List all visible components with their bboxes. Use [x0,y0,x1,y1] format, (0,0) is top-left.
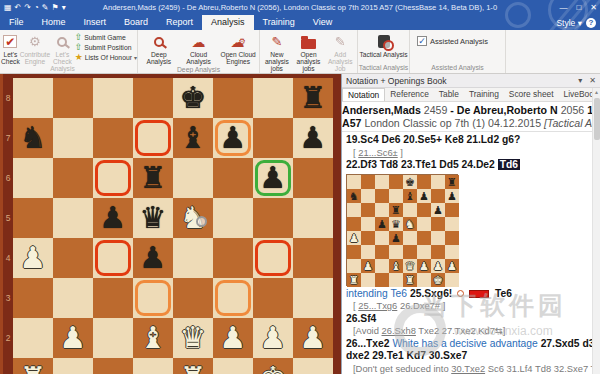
square-e8: ♚ [403,175,417,189]
submit-position-button[interactable]: ⇧Submit Position [75,43,137,52]
notation-line-10: [Don't get seduced into 30.Txe2 Sc6 31.L… [346,363,593,374]
text-segment: intending Te6 [346,288,407,299]
square-f5 [417,217,431,231]
piece-black-pawn-f7: ♟ [417,189,431,203]
new-analysis-jobs-button[interactable]: ✎New analysis jobs [261,32,293,73]
square-c5: ♟ [375,217,389,231]
highlight-orange-f3 [215,280,251,316]
ribbon-group-label: Tactical Analysis [358,63,409,73]
piece-white-pawn-a4[interactable]: ♟ [13,238,53,278]
button-label: New analysis jobs [261,51,293,73]
notation-moves: 19.Sc4 De6 20.Se5+ Ke8 21.Ld2 g6?[ 21...… [346,134,593,374]
square-h8[interactable]: ♜ [293,78,333,118]
square-h8: ♜ [445,175,459,189]
maximize-button[interactable]: □ [576,0,581,15]
square-g2[interactable]: ♟ [253,318,293,358]
square-a4: ♟ [347,231,361,245]
chevron-down-icon[interactable]: ▾ [578,76,582,85]
square-a6[interactable] [13,158,53,198]
mini-diagram: ♚♜♞♝♟♟♜♟♟♛♞♟♟♟♝♛♟♟♟♜♜♚ [346,174,458,286]
square-h5 [445,217,459,231]
square-g4[interactable] [253,238,293,278]
highlight-red-g4 [255,240,291,276]
piece-black-pawn-h7[interactable]: ♟ [293,118,333,158]
square-b7 [361,189,375,203]
notation-line-5: [ 25...Txg6 26.Dxe7# ] [346,300,593,313]
button-label: Deep Analysis [139,51,179,65]
text-segment[interactable]: Te6 [492,288,512,299]
square-c7[interactable] [93,118,133,158]
tab-board[interactable]: Board [115,15,157,30]
square-f2[interactable]: ♟ [213,318,253,358]
piece-black-bishop-e7[interactable]: ♝ [173,118,213,158]
square-b8 [361,175,375,189]
piece-white-knight-e5[interactable]: ♞ [173,198,213,238]
button-label: Let's Check [1,51,20,65]
tab-view[interactable]: View [304,15,341,30]
square-b8[interactable] [53,78,93,118]
text-segment: De Abreu,Roberto N [457,104,561,116]
piece-black-king-e8[interactable]: ♚ [173,78,213,118]
square-a1[interactable]: ♜ [13,358,53,374]
piece-black-rook-d6[interactable]: ♜ [133,158,173,198]
cloud-analysis-button[interactable]: ☁Cloud Analysis [179,32,219,65]
close-button[interactable]: ✕ [590,0,597,15]
text-segment[interactable]: 22.Df3 Td8 23.Tfe1 Dd5 24.De2 [346,159,498,170]
piece-black-rook-h8[interactable]: ♜ [293,78,333,118]
text-segment: Andersen,Mads [342,104,424,116]
game-players: Andersen,Mads 2459 - De Abreu,Roberto N … [342,104,593,117]
tab-home[interactable]: Home [33,15,75,30]
square-f7: ♟ [417,189,431,203]
notation-tab-score-sheet[interactable]: Score sheet [504,88,559,101]
square-c3[interactable] [93,278,133,318]
square-g2: ♟ [431,259,445,273]
gear-icon: ⚙ [239,37,246,46]
square-g3[interactable] [253,278,293,318]
square-f8 [417,175,431,189]
text-segment: Sc6 31.Lf4 Td8 32.Sxe7 Te8] [485,363,593,374]
square-b7[interactable] [53,118,93,158]
rank-label-5: 5 [3,198,13,238]
button-label: Let's Check Analysis [50,51,75,73]
square-a8 [347,175,361,189]
square-c2[interactable] [93,318,133,358]
piece-white-pawn-g2: ♟ [431,259,445,273]
square-e3[interactable] [173,278,213,318]
square-h7[interactable]: ♟ [293,118,333,158]
square-a3[interactable] [13,278,53,318]
tactical-analysis-button[interactable]: Tactical Analysis [359,32,408,58]
square-c1[interactable] [93,358,133,374]
rank-label-2: 2 [3,318,13,358]
button-label: Open Cloud Engines [218,51,258,65]
add-analysis-job-icon: ✎ [335,34,346,49]
tactical-analysis-icon [378,35,390,48]
rank-label-7: 7 [3,118,13,158]
text-segment[interactable]: 26...Txe2 [346,338,392,349]
let-s-check-button[interactable]: ✔Let's Check [1,32,20,65]
notation-tab-training[interactable]: Training [464,88,504,101]
highlight-red-c6 [95,160,131,196]
chevron-down-icon: ▾ [134,54,137,61]
square-d7 [389,189,403,203]
highlight-red-c4 [95,240,131,276]
piece-white-king-g1: ♚ [431,273,445,287]
square-h3[interactable] [293,278,333,318]
piece-white-pawn-f2: ♟ [417,259,431,273]
square-d4[interactable]: ♟ [133,238,173,278]
square-d8[interactable] [133,78,173,118]
square-g5 [431,217,445,231]
checkbox-label: Assisted Analysis [430,37,488,46]
rank-labels: 87654321 [3,78,13,374]
notation-line-4: intending Te6 25.Sxg6! Te6 [346,288,593,301]
square-a4[interactable]: ♟ [13,238,53,278]
deep-analysis-button[interactable]: Deep Analysis [139,32,179,65]
square-f3[interactable] [213,278,253,318]
notation-line-6: 26.Sf4 [346,313,593,326]
text-segment: A57 [342,117,364,129]
square-a7: ♞ [347,189,361,203]
board-panel: 87654321 ♚♜♞♝♟♟♜♟♟♛♞♟♟♟♝♛♟♟♟♜♜♚ [0,74,341,374]
title-bar-area: ▦↶↷◔✎⚑▾ Andersen,Mads (2459) - De Abreu,… [0,0,600,30]
notation-line-8: 26...Txe2 White has a decisive advantage… [346,338,593,351]
chess-board[interactable]: ♚♜♞♝♟♟♜♟♟♛♞♟♟♟♝♛♟♟♟♜♜♚ [13,78,333,374]
piece-white-pawn-f2[interactable]: ♟ [213,318,253,358]
button-label: Cloud Analysis [179,51,219,65]
piece-black-pawn-g6: ♟ [431,203,445,217]
piece-black-pawn-g6[interactable]: ♟ [253,158,293,198]
square-c6 [375,203,389,217]
current-move[interactable]: Td6 [498,159,520,170]
square-c7 [375,189,389,203]
white-circle-icon [457,290,464,297]
square-b5 [361,217,375,231]
piece-white-pawn-a4: ♟ [347,231,361,245]
ribbon-group-let-s-check: ✔Let's Check⚙Contribute EngineLet's Chec… [0,30,138,73]
notation-line-9: dxe2 29.Te1 Kd7 30.Sxe7 [346,350,593,363]
square-e5: ♞ [403,217,417,231]
square-e1[interactable]: ♜ [173,358,213,374]
piece-white-rook-e1[interactable]: ♜ [173,358,213,374]
variation-link[interactable]: 21...Sc6± [358,147,398,158]
lets-check-icon: ✔ [3,35,17,48]
rank-label-1: 1 [3,358,13,374]
tab-insert[interactable]: Insert [75,15,116,30]
square-g5[interactable] [253,198,293,238]
checkbox-icon: ✓ [417,36,427,46]
tab-file[interactable]: File [0,15,33,30]
rank-label-4: 4 [3,238,13,278]
red-bar-annotation [469,290,489,298]
piece-white-knight-e5: ♞ [403,217,417,231]
text-segment: London Classic op 7th (1) 04.12.2015 [364,117,544,129]
submit-position-icon: ⇧ [75,43,83,52]
square-e2: ♛ [403,259,417,273]
square-g8 [431,175,445,189]
piece-black-pawn-f7[interactable]: ♟ [213,118,253,158]
mouse-cursor [196,216,207,227]
square-b3 [361,245,375,259]
menu-right: Style ▾ ? [556,15,596,30]
chessbase-window: ▦↶↷◔✎⚑▾ Andersen,Mads (2459) - De Abreu,… [0,0,600,374]
square-c3 [375,245,389,259]
piece-black-bishop-e7: ♝ [403,189,417,203]
submit-game-button[interactable]: ⇧Submit Game [75,33,137,42]
square-c1 [375,273,389,287]
piece-white-rook-a1: ♜ [347,273,361,287]
lists-of-honour-button[interactable]: ★Lists Of Honour▾ [75,53,137,62]
square-a2[interactable] [13,318,53,358]
square-g3 [431,245,445,259]
notation-line-7: [Avoid 26.Sxh8 Txe2 27.Txe2 Kd7⇆] [346,325,593,338]
square-f6 [417,203,431,217]
square-d7[interactable] [133,118,173,158]
square-c5[interactable]: ♟ [93,198,133,238]
text-segment[interactable]: dxe2 29.Te1 Kd7 30.Sxe7 [346,350,467,361]
square-e6[interactable] [173,158,213,198]
piece-black-pawn-h7: ♟ [445,189,459,203]
tab-training[interactable]: Training [254,15,304,30]
square-g1[interactable]: ♚ [253,358,293,374]
submit-game-icon: ⇧ [75,33,83,42]
open-cloud-engines-button[interactable]: ☁⚙Open Cloud Engines [218,32,258,65]
highlight-red-d7 [135,120,171,156]
square-d5: ♛ [389,217,403,231]
piece-black-queen-d5[interactable]: ♛ [133,198,173,238]
button-label: Contribute Engine [20,51,50,65]
variation-link[interactable]: 30.Txe2 [451,363,485,374]
open-cloud-engines-icon: ☁⚙ [231,34,246,50]
square-a7[interactable]: ♞ [13,118,53,158]
square-h6[interactable] [293,158,333,198]
piece-black-knight-a7: ♞ [347,189,361,203]
square-d1 [389,273,403,287]
text-segment[interactable]: 27.Sxd5 d3 28.Txe2 [538,338,593,349]
piece-white-bishop-d2[interactable]: ♝ [133,318,173,358]
piece-black-pawn-d4: ♟ [389,231,403,245]
help-icon[interactable]: ? [586,18,596,28]
chevron-down-icon: ▾ [578,18,582,28]
square-e1: ♜ [403,273,417,287]
rank-label-3: 3 [3,278,13,318]
text-segment: - [447,104,456,116]
text-segment: 2459 [424,104,448,116]
ribbon-group-deep-analysis: Deep Analysis☁Cloud Analysis☁⚙Open Cloud… [138,30,260,73]
square-d3 [389,245,403,259]
square-c8 [375,175,389,189]
add-analysis-job-button: ✎Add Analysis Job [324,32,356,73]
square-g4 [431,231,445,245]
square-e3 [403,245,417,259]
piece-black-rook-h8: ♜ [445,175,459,189]
assisted-analysis-checkbox[interactable]: ✓Assisted Analysis [411,32,494,46]
text-segment: 26.Dxe7# ] [397,300,445,311]
open-analysis-jobs-button[interactable]: Open analysis jobs [293,32,325,73]
square-e2[interactable]: ♛ [173,318,213,358]
square-a8[interactable] [13,78,53,118]
notation-line-2: 22.Df3 Td8 23.Tfe1 Dd5 24.De2 Td6 [346,159,593,172]
text-segment[interactable]: 25.Sxg6! [407,288,455,299]
window-controls: —□✕ [559,0,597,15]
panel-title: Notation + Openings Book [346,76,571,86]
square-e8[interactable]: ♚ [173,78,213,118]
piece-black-knight-a7[interactable]: ♞ [13,118,53,158]
square-d6[interactable]: ♜ [133,158,173,198]
square-b1[interactable] [53,358,93,374]
square-g1: ♚ [431,273,445,287]
square-f6[interactable] [213,158,253,198]
notation-tabs: NotationReferenceTableTrainingScore shee… [342,88,600,102]
rank-label-8: 8 [3,78,13,118]
piece-white-king-g1[interactable]: ♚ [253,358,293,374]
square-g8[interactable] [253,78,293,118]
open-analysis-jobs-icon [301,39,316,49]
lets-check-analysis-icon [57,37,67,47]
square-e4 [403,231,417,245]
square-b4[interactable] [53,238,93,278]
square-c2 [375,259,389,273]
square-c6[interactable] [93,158,133,198]
square-d2[interactable]: ♝ [133,318,173,358]
square-e7[interactable]: ♝ [173,118,213,158]
square-f8[interactable] [213,78,253,118]
notation-line-1: [ 21...Sc6± ] [346,147,593,160]
square-g7[interactable] [253,118,293,158]
square-f2: ♟ [417,259,431,273]
tab-analysis[interactable]: Analysis [202,15,254,30]
square-b3[interactable] [53,278,93,318]
text-segment[interactable]: 26.Sf4 [346,313,376,324]
square-h4 [445,231,459,245]
ribbon-group-analysis-jobs: ✎New analysis jobsOpen analysis jobs✎Add… [260,30,358,73]
square-h3 [445,245,459,259]
piece-black-pawn-d4[interactable]: ♟ [133,238,173,278]
contribute-engine-button: ⚙Contribute Engine [20,32,50,65]
square-g6[interactable]: ♟ [253,158,293,198]
contribute-engine-icon: ⚙ [29,34,41,49]
square-g7 [431,189,445,203]
square-h1 [445,273,459,287]
square-d3[interactable] [133,278,173,318]
square-d6: ♜ [389,203,403,217]
text-segment: Txe2 27.Txe2 Kd7⇆] [416,325,506,336]
square-h2[interactable]: ♟ [293,318,333,358]
tab-report[interactable]: Report [157,15,202,30]
scrollbar-thumb[interactable] [594,98,600,140]
square-c4 [375,231,389,245]
square-f7[interactable]: ♟ [213,118,253,158]
square-e5[interactable]: ♞ [173,198,213,238]
minimize-button[interactable]: — [559,0,567,15]
piece-black-pawn-c5[interactable]: ♟ [93,198,133,238]
button-label: Open analysis jobs [293,51,325,73]
text-segment: [Avoid [353,325,382,336]
square-e6 [403,203,417,217]
notation-panel: Notation + Openings Book ▾ ✕ NotationRef… [341,74,600,374]
square-c4[interactable] [93,238,133,278]
scroll-up-icon[interactable]: ▲ [593,88,600,96]
square-a3 [347,245,361,259]
square-f3 [417,245,431,259]
rank-label-6: 6 [3,158,13,198]
piece-white-queen-e2[interactable]: ♛ [173,318,213,358]
piece-white-queen-e2: ♛ [403,259,417,273]
square-b6 [361,203,375,217]
square-f5[interactable] [213,198,253,238]
piece-black-rook-d6: ♜ [389,203,403,217]
new-analysis-jobs-icon: ✎ [271,34,282,49]
scrollbar[interactable]: ▲ [592,88,600,374]
piece-white-pawn-b2[interactable]: ♟ [53,318,93,358]
variation-link[interactable]: 26.Sxh8 [382,325,416,336]
square-f1[interactable] [213,358,253,374]
notation-tab-notation[interactable]: Notation [342,88,385,101]
square-d1[interactable] [133,358,173,374]
title-bar: ▦↶↷◔✎⚑▾ Andersen,Mads (2459) - De Abreu,… [0,0,600,15]
square-d4: ♟ [389,231,403,245]
square-h4[interactable] [293,238,333,278]
piece-white-rook-a1[interactable]: ♜ [13,358,53,374]
square-h5[interactable] [293,198,333,238]
close-icon[interactable]: ✕ [589,76,596,85]
notation-tab-table[interactable]: Table [434,88,464,101]
variation-link[interactable]: 25...Txg6 [358,300,397,311]
square-b2[interactable]: ♟ [53,318,93,358]
piece-white-pawn-h2: ♟ [445,259,459,273]
square-a5[interactable] [13,198,53,238]
game-header: Andersen,Mads 2459 - De Abreu,Roberto N … [342,102,593,132]
button-label: Tactical Analysis [359,51,407,58]
square-f4[interactable] [213,238,253,278]
square-h2: ♟ [445,259,459,273]
notation-tab-reference[interactable]: Reference [385,88,434,101]
text-segment: [Don't get seduced into [353,363,451,374]
cloud-analysis-icon: ☁ [192,34,206,50]
square-b1 [361,273,375,287]
piece-black-king-e8: ♚ [403,175,417,189]
square-e7: ♝ [403,189,417,203]
style-menu[interactable]: Style ▾ [556,18,582,28]
square-d2: ♝ [389,259,403,273]
square-a1: ♜ [347,273,361,287]
square-e4[interactable] [173,238,213,278]
square-b5[interactable] [53,198,93,238]
highlight-orange-d3 [135,280,171,316]
square-h7: ♟ [445,189,459,203]
square-d5[interactable]: ♛ [133,198,173,238]
square-b6[interactable] [53,158,93,198]
square-a5 [347,217,361,231]
piece-white-rook-e1: ♜ [403,273,417,287]
square-h1[interactable] [293,358,333,374]
ribbon-tab-row: FileHomeInsertBoardReportAnalysisTrainin… [0,15,600,30]
piece-white-pawn-g2[interactable]: ♟ [253,318,293,358]
square-c8[interactable] [93,78,133,118]
text-segment: White has a decisive advantage [392,338,537,349]
button-label: Lists Of Honour [85,54,132,61]
text-segment[interactable]: 19.Sc4 De6 20.Se5+ Ke8 21.Ld2 g6? [346,134,520,145]
text-segment: ] [398,147,403,158]
piece-black-queen-d5: ♛ [389,217,403,231]
piece-white-pawn-h2[interactable]: ♟ [293,318,333,358]
ribbon-group-label: Deep Analysis [138,65,259,73]
square-a6 [347,203,361,217]
piece-white-bishop-d2: ♝ [389,259,403,273]
game-event: A57 London Classic op 7th (1) 04.12.2015… [342,117,593,130]
square-f1 [417,273,431,287]
